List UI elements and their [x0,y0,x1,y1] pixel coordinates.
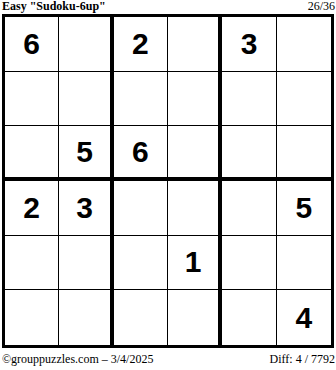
cell-r6c3[interactable] [114,290,168,345]
progress-counter: 26/36 [308,0,335,14]
cell-r1c4[interactable] [168,17,222,72]
cell-r4c1[interactable]: 2 [5,181,59,236]
cell-r3c6[interactable] [277,126,331,181]
cell-r6c4[interactable] [168,290,222,345]
cell-r6c2[interactable] [59,290,113,345]
cell-r3c2[interactable]: 5 [59,126,113,181]
cell-r1c3[interactable]: 2 [114,17,168,72]
cell-r3c5[interactable] [222,126,276,181]
cell-r1c2[interactable] [59,17,113,72]
cell-r2c2[interactable] [59,72,113,127]
cell-r6c6[interactable]: 4 [277,290,331,345]
sudoku-board: 6 2 3 5 6 2 3 5 1 4 [2,14,334,348]
cell-r5c5[interactable] [222,236,276,291]
cell-r5c2[interactable] [59,236,113,291]
difficulty-text: Diff: 4 / 7792 [270,352,335,367]
cell-r5c4[interactable]: 1 [168,236,222,291]
cell-r3c4[interactable] [168,126,222,181]
cell-r4c4[interactable] [168,181,222,236]
cell-r5c3[interactable] [114,236,168,291]
cell-r1c1[interactable]: 6 [5,17,59,72]
cell-r6c1[interactable] [5,290,59,345]
cell-r5c1[interactable] [5,236,59,291]
cell-r4c6[interactable]: 5 [277,181,331,236]
cell-r4c2[interactable]: 3 [59,181,113,236]
cell-r3c3[interactable]: 6 [114,126,168,181]
cell-r4c5[interactable] [222,181,276,236]
page-title: Easy "Sudoku-6up" [2,0,106,14]
cell-r2c4[interactable] [168,72,222,127]
cell-r2c6[interactable] [277,72,331,127]
cell-r1c5[interactable]: 3 [222,17,276,72]
cell-r5c6[interactable] [277,236,331,291]
cell-r2c3[interactable] [114,72,168,127]
cell-r1c6[interactable] [277,17,331,72]
cell-r2c5[interactable] [222,72,276,127]
copyright-text: ©grouppuzzles.com – 3/4/2025 [2,352,153,367]
puzzle-page: Easy "Sudoku-6up" 26/36 6 2 3 5 6 2 3 5 … [0,0,336,370]
cell-r2c1[interactable] [5,72,59,127]
cell-r4c3[interactable] [114,181,168,236]
cell-r6c5[interactable] [222,290,276,345]
cell-r3c1[interactable] [5,126,59,181]
